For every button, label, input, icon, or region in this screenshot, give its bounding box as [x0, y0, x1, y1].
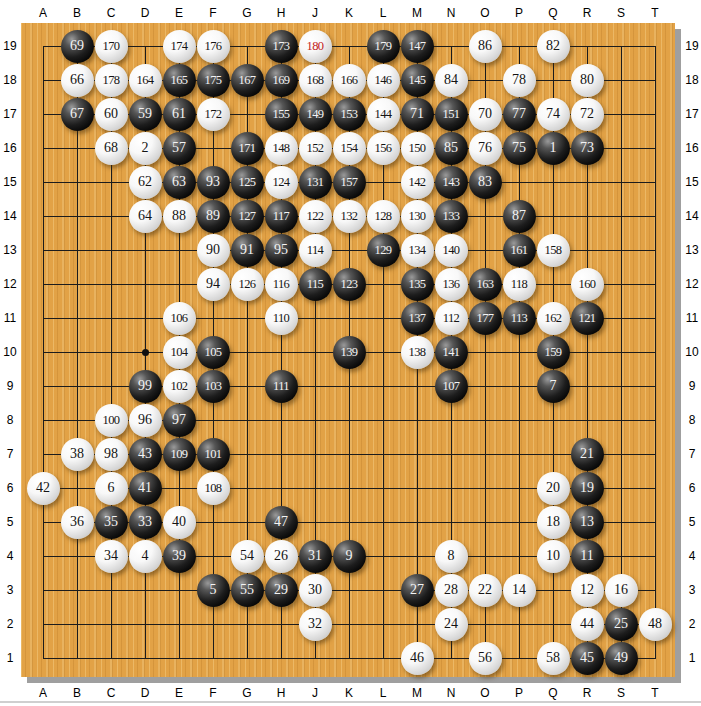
stone-F17[interactable]: 172 — [197, 98, 230, 131]
stone-B18[interactable]: 66 — [61, 64, 94, 97]
stone-E9[interactable]: 102 — [163, 370, 196, 403]
stone-O11[interactable]: 177 — [469, 302, 502, 335]
stone-Q1[interactable]: 58 — [537, 642, 570, 675]
stone-number: 121 — [579, 312, 596, 325]
stone-J2[interactable]: 32 — [299, 608, 332, 641]
coord-bottom-G: G — [237, 686, 257, 700]
coord-top-N: N — [441, 6, 461, 20]
stone-number: 118 — [511, 278, 528, 291]
stone-P3[interactable]: 14 — [503, 574, 536, 607]
stone-J16[interactable]: 152 — [299, 132, 332, 165]
stone-D6[interactable]: 41 — [129, 472, 162, 505]
stone-C8[interactable]: 100 — [95, 404, 128, 437]
stone-number: 44 — [580, 617, 594, 631]
stone-P11[interactable]: 113 — [503, 302, 536, 335]
stone-D18[interactable]: 164 — [129, 64, 162, 97]
stone-H13[interactable]: 95 — [265, 234, 298, 267]
stone-K12[interactable]: 123 — [333, 268, 366, 301]
stone-number: 174 — [171, 40, 188, 53]
coord-top-P: P — [509, 6, 529, 20]
stone-number: 178 — [103, 74, 120, 87]
stone-number: 4 — [142, 549, 149, 563]
stone-H9[interactable]: 111 — [265, 370, 298, 403]
stone-number: 76 — [478, 141, 492, 155]
stone-number: 115 — [307, 278, 324, 291]
coord-right-8: 8 — [682, 413, 701, 427]
stone-number: 68 — [104, 141, 118, 155]
coord-top-K: K — [339, 6, 359, 20]
coord-top-C: C — [101, 6, 121, 20]
stone-B17[interactable]: 67 — [61, 98, 94, 131]
stone-number: 143 — [443, 176, 460, 189]
stone-number: 108 — [205, 482, 222, 495]
coord-left-11: 11 — [0, 311, 20, 325]
stone-J19[interactable]: 180 — [299, 30, 332, 63]
stone-R4[interactable]: 11 — [571, 540, 604, 573]
stone-number: 149 — [307, 108, 324, 121]
stone-F6[interactable]: 108 — [197, 472, 230, 505]
stone-E4[interactable]: 39 — [163, 540, 196, 573]
stone-R7[interactable]: 21 — [571, 438, 604, 471]
stone-R17[interactable]: 72 — [571, 98, 604, 131]
stone-G18[interactable]: 167 — [231, 64, 264, 97]
go-game-record-screen: 6917017417617318017914786826617816416517… — [0, 0, 701, 706]
stone-L17[interactable]: 144 — [367, 98, 400, 131]
stone-number: 48 — [648, 617, 662, 631]
stone-H16[interactable]: 148 — [265, 132, 298, 165]
stone-L14[interactable]: 128 — [367, 200, 400, 233]
stone-Q10[interactable]: 159 — [537, 336, 570, 369]
stone-R1[interactable]: 45 — [571, 642, 604, 675]
stone-K14[interactable]: 132 — [333, 200, 366, 233]
stone-number: 102 — [171, 380, 188, 393]
stone-P18[interactable]: 78 — [503, 64, 536, 97]
coord-top-T: T — [645, 6, 665, 20]
stone-F13[interactable]: 90 — [197, 234, 230, 267]
stone-N3[interactable]: 28 — [435, 574, 468, 607]
stone-N16[interactable]: 85 — [435, 132, 468, 165]
stone-A6[interactable]: 42 — [27, 472, 60, 505]
stone-J14[interactable]: 122 — [299, 200, 332, 233]
stone-number: 58 — [546, 651, 560, 665]
stone-N17[interactable]: 151 — [435, 98, 468, 131]
stone-number: 113 — [511, 312, 528, 325]
stone-number: 80 — [580, 73, 594, 87]
stone-E7[interactable]: 109 — [163, 438, 196, 471]
coord-right-16: 16 — [682, 141, 701, 155]
stone-N18[interactable]: 84 — [435, 64, 468, 97]
stone-D16[interactable]: 2 — [129, 132, 162, 165]
stone-M15[interactable]: 142 — [401, 166, 434, 199]
stone-E18[interactable]: 165 — [163, 64, 196, 97]
stone-number: 55 — [240, 583, 254, 597]
stone-number: 66 — [70, 73, 84, 87]
stone-number: 168 — [307, 74, 324, 87]
stone-G3[interactable]: 55 — [231, 574, 264, 607]
stone-E10[interactable]: 104 — [163, 336, 196, 369]
stone-number: 157 — [341, 176, 358, 189]
stone-M12[interactable]: 135 — [401, 268, 434, 301]
stone-number: 129 — [375, 244, 392, 257]
stone-number: 41 — [138, 481, 152, 495]
coord-right-7: 7 — [682, 447, 701, 461]
coord-top-M: M — [407, 6, 427, 20]
stone-number: 6 — [108, 481, 115, 495]
coord-left-13: 13 — [0, 243, 20, 257]
stone-number: 150 — [409, 142, 426, 155]
stone-E19[interactable]: 174 — [163, 30, 196, 63]
coord-top-Q: Q — [543, 6, 563, 20]
stone-C18[interactable]: 178 — [95, 64, 128, 97]
stone-number: 167 — [239, 74, 256, 87]
stone-number: 175 — [205, 74, 222, 87]
stone-R18[interactable]: 80 — [571, 64, 604, 97]
stone-D4[interactable]: 4 — [129, 540, 162, 573]
stone-F12[interactable]: 94 — [197, 268, 230, 301]
stone-E15[interactable]: 63 — [163, 166, 196, 199]
stone-number: 114 — [307, 244, 324, 257]
stone-Q5[interactable]: 18 — [537, 506, 570, 539]
stone-M18[interactable]: 145 — [401, 64, 434, 97]
stone-Q17[interactable]: 74 — [537, 98, 570, 131]
stone-number: 133 — [443, 210, 460, 223]
coord-right-18: 18 — [682, 73, 701, 87]
coord-right-5: 5 — [682, 515, 701, 529]
stone-number: 146 — [375, 74, 392, 87]
stone-number: 84 — [444, 73, 458, 87]
stone-M1[interactable]: 46 — [401, 642, 434, 675]
stone-K18[interactable]: 166 — [333, 64, 366, 97]
stone-K15[interactable]: 157 — [333, 166, 366, 199]
stone-F7[interactable]: 101 — [197, 438, 230, 471]
stone-K17[interactable]: 153 — [333, 98, 366, 131]
stone-number: 9 — [346, 549, 353, 563]
stone-number: 106 — [171, 312, 188, 325]
stone-M14[interactable]: 130 — [401, 200, 434, 233]
coord-right-3: 3 — [682, 583, 701, 597]
stone-D8[interactable]: 96 — [129, 404, 162, 437]
stone-O1[interactable]: 56 — [469, 642, 502, 675]
coord-bottom-E: E — [169, 686, 189, 700]
coord-top-E: E — [169, 6, 189, 20]
stone-number: 137 — [409, 312, 426, 325]
stone-number: 179 — [375, 40, 392, 53]
stone-number: 165 — [171, 74, 188, 87]
stone-J18[interactable]: 168 — [299, 64, 332, 97]
stone-N10[interactable]: 141 — [435, 336, 468, 369]
stone-number: 77 — [512, 107, 526, 121]
stone-F3[interactable]: 5 — [197, 574, 230, 607]
stone-H19[interactable]: 173 — [265, 30, 298, 63]
stone-H5[interactable]: 47 — [265, 506, 298, 539]
stone-T2[interactable]: 48 — [639, 608, 672, 641]
stone-P14[interactable]: 87 — [503, 200, 536, 233]
stone-number: 91 — [240, 243, 254, 257]
stone-L16[interactable]: 156 — [367, 132, 400, 165]
stone-H11[interactable]: 110 — [265, 302, 298, 335]
stone-H4[interactable]: 26 — [265, 540, 298, 573]
stone-C16[interactable]: 68 — [95, 132, 128, 165]
coord-top-H: H — [271, 6, 291, 20]
stone-C5[interactable]: 35 — [95, 506, 128, 539]
coord-left-2: 2 — [0, 617, 20, 631]
coord-top-L: L — [373, 6, 393, 20]
stone-E16[interactable]: 57 — [163, 132, 196, 165]
stone-number: 56 — [478, 651, 492, 665]
stone-G13[interactable]: 91 — [231, 234, 264, 267]
stone-D15[interactable]: 62 — [129, 166, 162, 199]
stone-K16[interactable]: 154 — [333, 132, 366, 165]
stone-number: 30 — [308, 583, 322, 597]
stone-S1[interactable]: 49 — [605, 642, 638, 675]
coord-left-15: 15 — [0, 175, 20, 189]
stone-number: 90 — [206, 243, 220, 257]
stone-E11[interactable]: 106 — [163, 302, 196, 335]
stone-F9[interactable]: 103 — [197, 370, 230, 403]
coord-bottom-K: K — [339, 686, 359, 700]
stone-E8[interactable]: 97 — [163, 404, 196, 437]
stone-number: 96 — [138, 413, 152, 427]
stone-number: 141 — [443, 346, 460, 359]
stone-O17[interactable]: 70 — [469, 98, 502, 131]
coord-bottom-C: C — [101, 686, 121, 700]
stone-B19[interactable]: 69 — [61, 30, 94, 63]
stone-J3[interactable]: 30 — [299, 574, 332, 607]
stone-number: 75 — [512, 141, 526, 155]
coord-bottom-L: L — [373, 686, 393, 700]
stone-J4[interactable]: 31 — [299, 540, 332, 573]
stone-number: 24 — [444, 617, 458, 631]
coord-bottom-S: S — [611, 686, 631, 700]
stone-G16[interactable]: 171 — [231, 132, 264, 165]
stone-M13[interactable]: 134 — [401, 234, 434, 267]
stone-number: 152 — [307, 142, 324, 155]
stone-O19[interactable]: 86 — [469, 30, 502, 63]
stone-number: 116 — [273, 278, 290, 291]
stone-number: 109 — [171, 448, 188, 461]
stone-J12[interactable]: 115 — [299, 268, 332, 301]
stone-N4[interactable]: 8 — [435, 540, 468, 573]
stone-M11[interactable]: 137 — [401, 302, 434, 335]
coord-right-11: 11 — [682, 311, 701, 325]
stone-R12[interactable]: 160 — [571, 268, 604, 301]
stone-number: 94 — [206, 277, 220, 291]
stone-number: 134 — [409, 244, 426, 257]
stone-number: 159 — [545, 346, 562, 359]
stone-G14[interactable]: 127 — [231, 200, 264, 233]
stone-number: 147 — [409, 40, 426, 53]
stone-F14[interactable]: 89 — [197, 200, 230, 233]
stone-K10[interactable]: 139 — [333, 336, 366, 369]
coord-bottom-J: J — [305, 686, 325, 700]
stone-B5[interactable]: 36 — [61, 506, 94, 539]
coord-right-2: 2 — [682, 617, 701, 631]
stone-H14[interactable]: 117 — [265, 200, 298, 233]
stone-L18[interactable]: 146 — [367, 64, 400, 97]
stone-number: 8 — [448, 549, 455, 563]
coord-left-4: 4 — [0, 549, 20, 563]
coord-left-6: 6 — [0, 481, 20, 495]
coord-bottom-P: P — [509, 686, 529, 700]
stone-M19[interactable]: 147 — [401, 30, 434, 63]
stone-N9[interactable]: 107 — [435, 370, 468, 403]
stone-Q19[interactable]: 82 — [537, 30, 570, 63]
coord-left-12: 12 — [0, 277, 20, 291]
stone-L19[interactable]: 179 — [367, 30, 400, 63]
stone-H17[interactable]: 155 — [265, 98, 298, 131]
stone-H18[interactable]: 169 — [265, 64, 298, 97]
stone-J17[interactable]: 149 — [299, 98, 332, 131]
stone-number: 64 — [138, 209, 152, 223]
stone-L13[interactable]: 129 — [367, 234, 400, 267]
stone-N14[interactable]: 133 — [435, 200, 468, 233]
stone-number: 153 — [341, 108, 358, 121]
stone-number: 128 — [375, 210, 392, 223]
stone-E14[interactable]: 88 — [163, 200, 196, 233]
stone-Q9[interactable]: 7 — [537, 370, 570, 403]
stone-D17[interactable]: 59 — [129, 98, 162, 131]
coord-top-D: D — [135, 6, 155, 20]
stone-J15[interactable]: 131 — [299, 166, 332, 199]
stone-number: 19 — [580, 481, 594, 495]
stone-R6[interactable]: 19 — [571, 472, 604, 505]
stone-G4[interactable]: 54 — [231, 540, 264, 573]
window-bottom-border — [0, 701, 701, 703]
stone-K4[interactable]: 9 — [333, 540, 366, 573]
stone-P16[interactable]: 75 — [503, 132, 536, 165]
stone-Q13[interactable]: 158 — [537, 234, 570, 267]
stone-number: 40 — [172, 515, 186, 529]
stone-number: 117 — [273, 210, 290, 223]
stone-number: 82 — [546, 39, 560, 53]
stone-number: 67 — [70, 107, 84, 121]
stone-H15[interactable]: 124 — [265, 166, 298, 199]
stone-number: 162 — [545, 312, 562, 325]
stone-number: 86 — [478, 39, 492, 53]
stone-number: 72 — [580, 107, 594, 121]
stone-number: 111 — [273, 380, 289, 393]
coord-top-J: J — [305, 6, 325, 20]
stone-number: 78 — [512, 73, 526, 87]
stone-F15[interactable]: 93 — [197, 166, 230, 199]
stone-number: 22 — [478, 583, 492, 597]
stone-number: 112 — [443, 312, 460, 325]
stone-number: 107 — [443, 380, 460, 393]
stone-E17[interactable]: 61 — [163, 98, 196, 131]
stone-R11[interactable]: 121 — [571, 302, 604, 335]
stone-M16[interactable]: 150 — [401, 132, 434, 165]
stone-R3[interactable]: 12 — [571, 574, 604, 607]
stone-number: 103 — [205, 380, 222, 393]
stone-C4[interactable]: 34 — [95, 540, 128, 573]
stone-number: 12 — [580, 583, 594, 597]
stone-Q11[interactable]: 162 — [537, 302, 570, 335]
stone-H3[interactable]: 29 — [265, 574, 298, 607]
stone-number: 26 — [274, 549, 288, 563]
stone-number: 161 — [511, 244, 528, 257]
stone-R5[interactable]: 13 — [571, 506, 604, 539]
stone-number: 46 — [410, 651, 424, 665]
stone-N2[interactable]: 24 — [435, 608, 468, 641]
stone-number: 138 — [409, 346, 426, 359]
stone-D5[interactable]: 33 — [129, 506, 162, 539]
stone-R16[interactable]: 73 — [571, 132, 604, 165]
stone-number: 28 — [444, 583, 458, 597]
stone-Q16[interactable]: 1 — [537, 132, 570, 165]
stone-B7[interactable]: 38 — [61, 438, 94, 471]
stone-number: 97 — [172, 413, 186, 427]
stone-M17[interactable]: 71 — [401, 98, 434, 131]
stone-F10[interactable]: 105 — [197, 336, 230, 369]
stone-Q4[interactable]: 10 — [537, 540, 570, 573]
stone-G15[interactable]: 125 — [231, 166, 264, 199]
stone-number: 61 — [172, 107, 186, 121]
stone-S2[interactable]: 25 — [605, 608, 638, 641]
stone-P13[interactable]: 161 — [503, 234, 536, 267]
stone-number: 70 — [478, 107, 492, 121]
stone-number: 74 — [546, 107, 560, 121]
stone-G12[interactable]: 126 — [231, 268, 264, 301]
stone-F18[interactable]: 175 — [197, 64, 230, 97]
stone-number: 11 — [580, 549, 593, 563]
stone-O3[interactable]: 22 — [469, 574, 502, 607]
stone-C17[interactable]: 60 — [95, 98, 128, 131]
stone-number: 135 — [409, 278, 426, 291]
stone-N13[interactable]: 140 — [435, 234, 468, 267]
coord-bottom-D: D — [135, 686, 155, 700]
stone-N11[interactable]: 112 — [435, 302, 468, 335]
stone-number: 99 — [138, 379, 152, 393]
stone-number: 105 — [205, 346, 222, 359]
stone-O12[interactable]: 163 — [469, 268, 502, 301]
stone-number: 7 — [550, 379, 557, 393]
stone-C7[interactable]: 98 — [95, 438, 128, 471]
stone-number: 164 — [137, 74, 154, 87]
stone-E5[interactable]: 40 — [163, 506, 196, 539]
coord-right-10: 10 — [682, 345, 701, 359]
coord-top-F: F — [203, 6, 223, 20]
coord-right-13: 13 — [682, 243, 701, 257]
stone-P12[interactable]: 118 — [503, 268, 536, 301]
stone-N15[interactable]: 143 — [435, 166, 468, 199]
stone-C19[interactable]: 170 — [95, 30, 128, 63]
stone-M3[interactable]: 27 — [401, 574, 434, 607]
stone-N12[interactable]: 136 — [435, 268, 468, 301]
stone-S3[interactable]: 16 — [605, 574, 638, 607]
coord-bottom-R: R — [577, 686, 597, 700]
stone-M10[interactable]: 138 — [401, 336, 434, 369]
stone-number: 100 — [103, 414, 120, 427]
coord-right-6: 6 — [682, 481, 701, 495]
stone-number: 87 — [512, 209, 526, 223]
stone-Q6[interactable]: 20 — [537, 472, 570, 505]
stone-H12[interactable]: 116 — [265, 268, 298, 301]
stone-O16[interactable]: 76 — [469, 132, 502, 165]
stone-O15[interactable]: 83 — [469, 166, 502, 199]
stone-number: 71 — [410, 107, 424, 121]
stone-number: 45 — [580, 651, 594, 665]
stone-D7[interactable]: 43 — [129, 438, 162, 471]
stone-F19[interactable]: 176 — [197, 30, 230, 63]
stone-number: 43 — [138, 447, 152, 461]
stone-D9[interactable]: 99 — [129, 370, 162, 403]
stone-number: 69 — [70, 39, 84, 53]
stone-R2[interactable]: 44 — [571, 608, 604, 641]
stone-C6[interactable]: 6 — [95, 472, 128, 505]
stone-P17[interactable]: 77 — [503, 98, 536, 131]
stone-D14[interactable]: 64 — [129, 200, 162, 233]
stone-J13[interactable]: 114 — [299, 234, 332, 267]
